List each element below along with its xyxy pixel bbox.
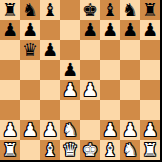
square-c8[interactable]: ♝: [40, 0, 60, 20]
black-rook[interactable]: ♜: [2, 0, 18, 20]
square-e4[interactable]: ♟: [80, 80, 100, 100]
white-pawn[interactable]: ♟: [102, 120, 118, 140]
square-g5[interactable]: [120, 60, 140, 80]
square-g7[interactable]: ♟: [120, 20, 140, 40]
white-bishop[interactable]: ♝: [102, 140, 118, 160]
black-knight[interactable]: ♞: [122, 0, 138, 20]
square-d4[interactable]: ♟: [60, 80, 80, 100]
square-d5[interactable]: ♟: [60, 60, 80, 80]
square-h8[interactable]: ♜: [140, 0, 160, 20]
square-b6[interactable]: ♛: [20, 40, 40, 60]
square-b3[interactable]: [20, 100, 40, 120]
square-g6[interactable]: [120, 40, 140, 60]
square-d2[interactable]: ♞: [60, 120, 80, 140]
chess-board: ♜♞♝♚♝♞♜♟♟♟♟♟♟♛♟♟♟♟♟♟♟♞♟♟♟♜♝♛♚♝♞♜: [0, 0, 162, 162]
white-pawn[interactable]: ♟: [82, 80, 98, 100]
black-pawn[interactable]: ♟: [102, 20, 118, 40]
square-d7[interactable]: [60, 20, 80, 40]
square-f3[interactable]: [100, 100, 120, 120]
square-b8[interactable]: ♞: [20, 0, 40, 20]
white-rook[interactable]: ♜: [142, 140, 158, 160]
black-pawn[interactable]: ♟: [142, 20, 158, 40]
square-d6[interactable]: [60, 40, 80, 60]
white-rook[interactable]: ♜: [2, 140, 18, 160]
square-a3[interactable]: [0, 100, 20, 120]
square-a2[interactable]: ♟: [0, 120, 20, 140]
white-knight[interactable]: ♞: [122, 140, 138, 160]
square-f1[interactable]: ♝: [100, 140, 120, 160]
black-pawn[interactable]: ♟: [42, 40, 58, 60]
white-pawn[interactable]: ♟: [122, 120, 138, 140]
black-pawn[interactable]: ♟: [2, 20, 18, 40]
square-b2[interactable]: ♟: [20, 120, 40, 140]
white-pawn[interactable]: ♟: [142, 120, 158, 140]
square-h4[interactable]: [140, 80, 160, 100]
square-f2[interactable]: ♟: [100, 120, 120, 140]
square-g4[interactable]: [120, 80, 140, 100]
white-bishop[interactable]: ♝: [42, 140, 58, 160]
square-h3[interactable]: [140, 100, 160, 120]
square-g2[interactable]: ♟: [120, 120, 140, 140]
square-e5[interactable]: [80, 60, 100, 80]
square-e6[interactable]: [80, 40, 100, 60]
square-c6[interactable]: ♟: [40, 40, 60, 60]
square-d3[interactable]: [60, 100, 80, 120]
square-b1[interactable]: [20, 140, 40, 160]
square-d1[interactable]: ♛: [60, 140, 80, 160]
square-f5[interactable]: [100, 60, 120, 80]
square-c4[interactable]: [40, 80, 60, 100]
square-e8[interactable]: ♚: [80, 0, 100, 20]
black-king[interactable]: ♚: [82, 0, 98, 20]
square-e2[interactable]: [80, 120, 100, 140]
square-f8[interactable]: ♝: [100, 0, 120, 20]
square-a4[interactable]: [0, 80, 20, 100]
white-pawn[interactable]: ♟: [42, 120, 58, 140]
square-h2[interactable]: ♟: [140, 120, 160, 140]
white-queen[interactable]: ♛: [62, 140, 78, 160]
square-g8[interactable]: ♞: [120, 0, 140, 20]
black-queen[interactable]: ♛: [22, 40, 38, 60]
black-bishop[interactable]: ♝: [42, 0, 58, 20]
square-b5[interactable]: [20, 60, 40, 80]
square-a8[interactable]: ♜: [0, 0, 20, 20]
square-b4[interactable]: [20, 80, 40, 100]
square-a6[interactable]: [0, 40, 20, 60]
square-h6[interactable]: [140, 40, 160, 60]
square-c5[interactable]: [40, 60, 60, 80]
square-a5[interactable]: [0, 60, 20, 80]
square-g3[interactable]: [120, 100, 140, 120]
square-c3[interactable]: [40, 100, 60, 120]
square-h1[interactable]: ♜: [140, 140, 160, 160]
square-c2[interactable]: ♟: [40, 120, 60, 140]
square-e3[interactable]: [80, 100, 100, 120]
square-c1[interactable]: ♝: [40, 140, 60, 160]
white-knight[interactable]: ♞: [62, 120, 78, 140]
black-pawn[interactable]: ♟: [62, 60, 78, 80]
square-h7[interactable]: ♟: [140, 20, 160, 40]
square-f7[interactable]: ♟: [100, 20, 120, 40]
black-knight[interactable]: ♞: [22, 0, 38, 20]
white-king[interactable]: ♚: [82, 140, 98, 160]
square-f4[interactable]: [100, 80, 120, 100]
white-pawn[interactable]: ♟: [2, 120, 18, 140]
black-pawn[interactable]: ♟: [82, 20, 98, 40]
black-rook[interactable]: ♜: [142, 0, 158, 20]
square-g1[interactable]: ♞: [120, 140, 140, 160]
square-c7[interactable]: [40, 20, 60, 40]
square-e7[interactable]: ♟: [80, 20, 100, 40]
white-pawn[interactable]: ♟: [62, 80, 78, 100]
square-d8[interactable]: [60, 0, 80, 20]
square-e1[interactable]: ♚: [80, 140, 100, 160]
square-a1[interactable]: ♜: [0, 140, 20, 160]
square-b7[interactable]: ♟: [20, 20, 40, 40]
black-bishop[interactable]: ♝: [102, 0, 118, 20]
black-pawn[interactable]: ♟: [22, 20, 38, 40]
square-h5[interactable]: [140, 60, 160, 80]
square-a7[interactable]: ♟: [0, 20, 20, 40]
black-pawn[interactable]: ♟: [122, 20, 138, 40]
white-pawn[interactable]: ♟: [22, 120, 38, 140]
square-f6[interactable]: [100, 40, 120, 60]
